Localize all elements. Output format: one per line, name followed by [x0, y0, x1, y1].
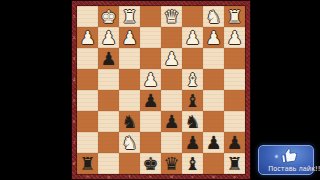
square-c1[interactable] — [182, 6, 203, 27]
rank-label-5: 5 — [73, 96, 76, 105]
white-queen-piece: ♛ — [161, 6, 182, 27]
square-f4[interactable] — [119, 69, 140, 90]
white-pawn-piece: ♟ — [203, 27, 224, 48]
square-f1[interactable]: ♜ — [119, 6, 140, 27]
square-b5[interactable] — [203, 90, 224, 111]
black-pawn-piece: ♟ — [140, 90, 161, 111]
square-h2[interactable]: ♟ — [77, 27, 98, 48]
rank-label-4: 4 — [73, 75, 76, 84]
square-h8[interactable]: ♜ — [77, 153, 98, 174]
square-d8[interactable]: ♛ — [161, 153, 182, 174]
square-e7[interactable] — [140, 132, 161, 153]
square-e8[interactable]: ♚ — [140, 153, 161, 174]
white-knight-piece: ♞ — [119, 132, 140, 153]
square-b8[interactable] — [203, 153, 224, 174]
board-squares: ♚♜♛♞♜♟♟♟♟♟♟♟♟♟♝♟♝♞♟♞♞♟♟♟♜♚♛♝♜ — [77, 6, 245, 174]
square-h1[interactable] — [77, 6, 98, 27]
rank-label-6: 6 — [73, 117, 76, 126]
square-f6[interactable]: ♞ — [119, 111, 140, 132]
square-e6[interactable] — [140, 111, 161, 132]
square-c2[interactable]: ♟ — [182, 27, 203, 48]
square-a1[interactable]: ♜ — [224, 6, 245, 27]
square-c5[interactable]: ♝ — [182, 90, 203, 111]
square-b3[interactable] — [203, 48, 224, 69]
square-f3[interactable] — [119, 48, 140, 69]
black-pawn-piece: ♟ — [203, 132, 224, 153]
square-b7[interactable]: ♟ — [203, 132, 224, 153]
square-c4[interactable]: ♝ — [182, 69, 203, 90]
black-bishop-piece: ♝ — [182, 153, 203, 174]
square-a8[interactable]: ♜ — [224, 153, 245, 174]
square-b2[interactable]: ♟ — [203, 27, 224, 48]
file-label-h: h — [83, 175, 92, 178]
white-bishop-piece: ♝ — [182, 69, 203, 90]
square-g4[interactable] — [98, 69, 119, 90]
square-b4[interactable] — [203, 69, 224, 90]
square-f8[interactable] — [119, 153, 140, 174]
black-pawn-piece: ♟ — [224, 132, 245, 153]
video-frame: ♚♜♛♞♜♟♟♟♟♟♟♟♟♟♝♟♝♞♟♞♞♟♟♟♜♚♛♝♜ 12345678 h… — [0, 0, 320, 180]
square-c8[interactable]: ♝ — [182, 153, 203, 174]
letterbox-left — [0, 0, 71, 180]
square-d5[interactable] — [161, 90, 182, 111]
white-knight-piece: ♞ — [203, 6, 224, 27]
square-a6[interactable] — [224, 111, 245, 132]
black-knight-piece: ♞ — [119, 111, 140, 132]
file-label-b: b — [209, 175, 218, 178]
square-e3[interactable] — [140, 48, 161, 69]
square-a2[interactable]: ♟ — [224, 27, 245, 48]
square-g8[interactable] — [98, 153, 119, 174]
rank-label-8: 8 — [73, 159, 76, 168]
black-king-piece: ♚ — [140, 153, 161, 174]
white-pawn-piece: ♟ — [119, 27, 140, 48]
chess-board: ♚♜♛♞♜♟♟♟♟♟♟♟♟♟♝♟♝♞♟♞♞♟♟♟♜♚♛♝♜ 12345678 h… — [71, 0, 251, 180]
file-label-a: a — [230, 175, 239, 178]
like-badge-label: Поставь лайк!! — [268, 165, 304, 172]
file-label-g: g — [104, 175, 113, 178]
square-b6[interactable] — [203, 111, 224, 132]
square-a4[interactable] — [224, 69, 245, 90]
white-pawn-piece: ♟ — [161, 48, 182, 69]
white-rook-piece: ♜ — [224, 6, 245, 27]
square-a3[interactable] — [224, 48, 245, 69]
square-h3[interactable] — [77, 48, 98, 69]
square-e2[interactable] — [140, 27, 161, 48]
square-d7[interactable] — [161, 132, 182, 153]
square-g1[interactable]: ♚ — [98, 6, 119, 27]
square-d4[interactable] — [161, 69, 182, 90]
rank-label-1: 1 — [73, 12, 76, 21]
black-rook-piece: ♜ — [77, 153, 98, 174]
black-knight-piece: ♞ — [182, 111, 203, 132]
rank-label-2: 2 — [73, 33, 76, 42]
file-label-f: f — [125, 175, 134, 178]
rank-label-3: 3 — [73, 54, 76, 63]
white-pawn-piece: ♟ — [140, 69, 161, 90]
square-g2[interactable]: ♟ — [98, 27, 119, 48]
white-king-piece: ♚ — [98, 6, 119, 27]
square-c3[interactable] — [182, 48, 203, 69]
square-g7[interactable] — [98, 132, 119, 153]
square-h6[interactable] — [77, 111, 98, 132]
file-label-e: e — [146, 175, 155, 178]
square-c7[interactable]: ♟ — [182, 132, 203, 153]
square-h7[interactable] — [77, 132, 98, 153]
square-e1[interactable] — [140, 6, 161, 27]
black-pawn-piece: ♟ — [98, 48, 119, 69]
square-g3[interactable]: ♟ — [98, 48, 119, 69]
square-e5[interactable]: ♟ — [140, 90, 161, 111]
square-d1[interactable]: ♛ — [161, 6, 182, 27]
square-d2[interactable] — [161, 27, 182, 48]
square-f2[interactable]: ♟ — [119, 27, 140, 48]
square-a7[interactable]: ♟ — [224, 132, 245, 153]
white-rook-piece: ♜ — [119, 6, 140, 27]
square-a5[interactable] — [224, 90, 245, 111]
square-f7[interactable]: ♞ — [119, 132, 140, 153]
rank-label-7: 7 — [73, 138, 76, 147]
file-label-c: c — [188, 175, 197, 178]
black-pawn-piece: ♟ — [182, 132, 203, 153]
black-bishop-piece: ♝ — [182, 90, 203, 111]
square-c6[interactable]: ♞ — [182, 111, 203, 132]
black-rook-piece: ♜ — [224, 153, 245, 174]
square-h4[interactable] — [77, 69, 98, 90]
square-g6[interactable] — [98, 111, 119, 132]
white-pawn-piece: ♟ — [182, 27, 203, 48]
square-e4[interactable]: ♟ — [140, 69, 161, 90]
square-g5[interactable] — [98, 90, 119, 111]
square-f5[interactable] — [119, 90, 140, 111]
black-pawn-piece: ♟ — [161, 111, 182, 132]
square-h5[interactable] — [77, 90, 98, 111]
file-label-d: d — [167, 175, 176, 178]
white-pawn-piece: ♟ — [77, 27, 98, 48]
like-badge[interactable]: Поставь лайк!! — [258, 145, 314, 175]
square-d3[interactable]: ♟ — [161, 48, 182, 69]
white-pawn-piece: ♟ — [224, 27, 245, 48]
square-d6[interactable]: ♟ — [161, 111, 182, 132]
thumbs-up-icon — [279, 146, 299, 165]
square-b1[interactable]: ♞ — [203, 6, 224, 27]
white-pawn-piece: ♟ — [98, 27, 119, 48]
black-queen-piece: ♛ — [161, 153, 182, 174]
sparkle-icon — [274, 154, 279, 159]
